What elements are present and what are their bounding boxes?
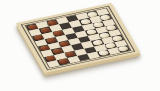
product-photo-scene: [0, 0, 160, 91]
cream-piece[interactable]: [118, 46, 129, 52]
square-r8c8[interactable]: [117, 45, 130, 52]
board-shadow-wrapper: [0, 0, 160, 91]
board-frame-pinstripe: [21, 6, 136, 71]
checkers-board: [16, 3, 141, 73]
board-grid: [25, 8, 132, 68]
